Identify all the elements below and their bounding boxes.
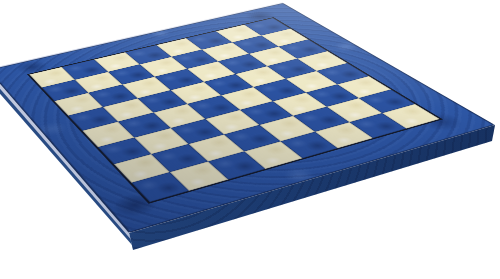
board-inner-frame <box>27 17 443 204</box>
chessboard-photo <box>0 0 500 279</box>
board-squares-grid <box>29 18 439 202</box>
chess-board <box>0 3 495 233</box>
